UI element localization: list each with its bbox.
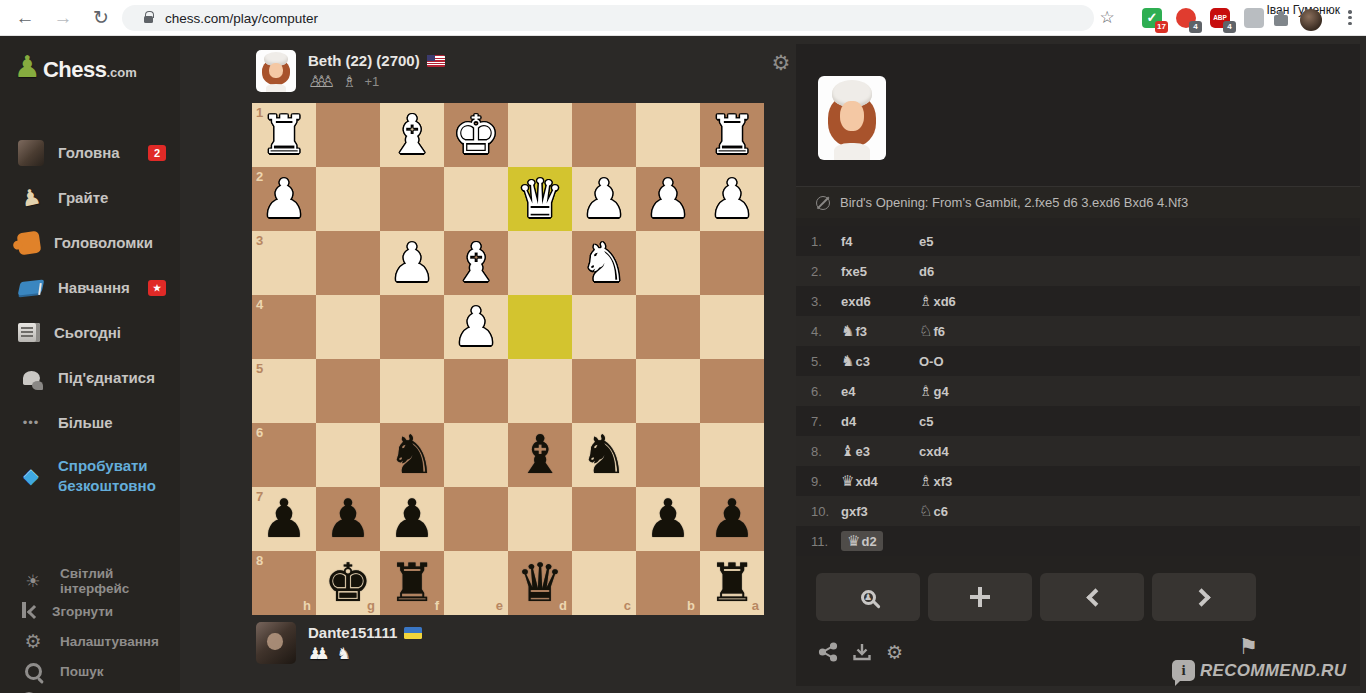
square-d8[interactable]: d♛ [508,551,572,615]
square-h8[interactable]: 8h [252,551,316,615]
square-b1[interactable] [636,103,700,167]
square-d6[interactable]: ♝ [508,423,572,487]
captured-piece-icon: ♗ [342,72,356,91]
square-h3[interactable]: 3 [252,231,316,295]
black-move[interactable]: O-O [919,354,997,369]
rank-label: 1 [256,105,263,120]
game-panel: Bird's Opening: From's Gambit, 2.fxe5 d6… [796,44,1360,686]
square-g4[interactable] [316,295,380,359]
move-number: 8. [811,444,841,459]
square-a8[interactable]: a♜ [700,551,764,615]
ext-adblock-icon[interactable]: ABP4 [1210,8,1230,28]
square-e7[interactable] [444,487,508,551]
ext-green-icon[interactable]: ✓17 [1142,8,1162,28]
sidebar-footer-help[interactable]: Допомога [0,686,180,693]
black-move[interactable]: cxd4 [919,444,997,459]
new-game-button[interactable] [928,573,1032,621]
square-c7[interactable] [572,487,636,551]
white-piece-K: ♚ [444,103,508,167]
board-settings-gear-icon[interactable]: ⚙ [770,52,792,74]
url-text: chess.com/play/computer [165,11,318,26]
extension-badge: 4 [1223,21,1236,33]
opening-info-row: Bird's Opening: From's Gambit, 2.fxe5 d6… [796,186,1360,218]
play-hand-icon [18,185,44,211]
move-row: 11.♛d2 [796,526,1360,556]
panel-footer: ⚙ [818,641,903,663]
move-text: exd6 [841,294,871,309]
move-list: 1.f4e52.fxe5d63.exd6♗xd64.♞f3♘f65.♞c3O-O… [796,226,1360,556]
move-number: 6. [811,384,841,399]
move-text: d6 [919,264,934,279]
square-d5[interactable] [508,359,572,423]
move-text: c5 [919,414,933,429]
sidebar-item-trial[interactable]: Спробуватибезкоштовно [0,445,180,507]
forward-icon[interactable]: → [50,5,76,31]
share-icon[interactable] [818,642,838,662]
move-number: 1. [811,234,841,249]
square-h6[interactable]: 6 [252,423,316,487]
bishop-outline-piece-icon: ♗ [919,382,932,400]
square-h2[interactable]: 2♟ [252,167,316,231]
black-move[interactable]: ♘c6 [919,502,997,520]
move-text: f4 [841,234,853,249]
black-move[interactable]: c5 [919,414,997,429]
square-c5[interactable] [572,359,636,423]
white-piece-N: ♞ [572,231,636,295]
square-b6[interactable] [636,423,700,487]
rank-label: 5 [256,361,263,376]
sidebar-footer-search[interactable]: Пошук [0,656,180,686]
move-row: 3.exd6♗xd6 [796,286,1360,316]
news-icon [18,323,40,342]
square-a3[interactable] [700,231,764,295]
black-piece-P: ♟ [316,487,380,551]
square-d3[interactable] [508,231,572,295]
move-text: cxd4 [919,444,949,459]
rank-label: 2 [256,169,263,184]
file-label: f [435,598,439,613]
rank-label: 6 [256,425,263,440]
sidebar-footer-gear[interactable]: Налаштування [0,626,180,656]
opponent-avatar [256,50,296,92]
black-move[interactable]: ♗g4 [919,382,997,400]
ext-gray-icon[interactable] [1244,8,1264,28]
black-piece-P: ♟ [380,487,444,551]
move-number: 10. [811,504,841,519]
collapse-icon [20,598,38,624]
move-text: gxf3 [841,504,868,519]
square-g8[interactable]: g♚ [316,551,380,615]
plus-icon [970,587,990,607]
resign-flag-icon[interactable]: ⚑ [1238,634,1258,659]
square-h1[interactable]: 1♜ [252,103,316,167]
square-c1[interactable] [572,103,636,167]
move-text: g4 [933,384,948,399]
white-piece-B: ♝ [444,231,508,295]
square-b4[interactable] [636,295,700,359]
sidebar-item-more-dots[interactable]: Більше [0,400,180,445]
white-move[interactable]: ♛xd4 [841,472,919,490]
move-number: 4. [811,324,841,339]
move-row: 10.gxf3♘c6 [796,496,1360,526]
black-piece-P: ♟ [700,487,764,551]
white-move[interactable]: exd6 [841,294,919,309]
square-f5[interactable] [380,359,444,423]
white-piece-P: ♟ [572,167,636,231]
square-d2[interactable]: ♛ [508,167,572,231]
move-text: e3 [855,444,869,459]
square-c2[interactable]: ♟ [572,167,636,231]
file-label: c [624,598,631,613]
sidebar-item-label: Під'єднатися [58,369,155,386]
white-move[interactable]: ♝e3 [841,442,919,460]
bishop-outline-piece-icon: ♗ [919,292,932,310]
opening-name: Bird's Opening: From's Gambit, 2.fxe5 d6… [840,195,1188,210]
search-icon [20,658,46,684]
file-label: e [496,598,503,613]
white-piece-B: ♝ [380,103,444,167]
back-icon[interactable]: ← [12,5,38,31]
square-d1[interactable] [508,103,572,167]
chesscom-logo[interactable]: ♟ Chess .com [14,52,137,83]
square-g3[interactable] [316,231,380,295]
download-icon[interactable] [852,642,872,662]
move-row: 9.♛xd4♗xf3 [796,466,1360,496]
white-move[interactable]: ♞f3 [841,322,919,340]
black-move[interactable]: ♘f6 [919,322,997,340]
captured-piece-icon: ♙ [321,72,335,91]
panel-header [796,44,1360,186]
move-text: d2 [861,534,876,549]
rank-label: 4 [256,297,263,312]
player-captured-pieces: ♟♟♞ [308,644,351,663]
knight-outline-piece-icon: ♘ [919,322,932,340]
square-f7[interactable]: ♟ [380,487,444,551]
chess-board: 1♜♝♚♜2♟♛♟♟♟3♟♝♞4♟56♞♝♞7♟♟♟♟♟8hg♚f♜ed♛cba… [252,103,764,615]
bookmark-star-icon[interactable]: ☆ [1094,5,1120,31]
move-number: 2. [811,264,841,279]
white-piece-R: ♜ [700,103,764,167]
white-piece-P: ♟ [444,295,508,359]
move-text: e5 [919,234,933,249]
square-g5[interactable] [316,359,380,423]
square-f6[interactable]: ♞ [380,423,444,487]
square-g6[interactable] [316,423,380,487]
opening-book-icon [816,196,830,210]
file-label: b [687,598,695,613]
chevron-right-icon [1192,588,1210,606]
profile-avatar[interactable] [1300,9,1322,31]
square-f8[interactable]: f♜ [380,551,444,615]
watermark-bubble-icon: i [1172,660,1195,681]
sidebar-item-news[interactable]: Сьогодні [0,310,180,355]
sidebar-footer-label: Пошук [60,664,103,679]
move-text: O-O [919,354,944,369]
chevron-left-icon [1086,588,1104,606]
sidebar-item-label: Грайте [58,189,108,206]
square-a6[interactable] [700,423,764,487]
sidebar-item-connect[interactable]: Під'єднатися [0,355,180,400]
sidebar-footer-label: Світлий інтерфейс [60,566,180,596]
move-number: 11. [811,534,841,549]
sidebar: ♟ Chess .com Головна2ГрайтеГоловоломкиНа… [0,36,180,693]
white-move[interactable]: gxf3 [841,504,919,519]
rank-label: 3 [256,233,263,248]
square-a2[interactable]: ♟ [700,167,764,231]
square-f4[interactable] [380,295,444,359]
white-move[interactable]: f4 [841,234,919,249]
square-a4[interactable] [700,295,764,359]
browser-toolbar: ← → ↻ chess.com/play/computer ☆ ✓174ABP4… [0,0,1366,36]
move-number: 9. [811,474,841,489]
square-c8[interactable]: c [572,551,636,615]
opponent-name: Beth (22) (2700) [308,52,445,69]
move-row: 7.d4c5 [796,406,1360,436]
square-e8[interactable]: e [444,551,508,615]
sidebar-item-puzzle[interactable]: Головоломки [0,220,180,265]
square-c3[interactable]: ♞ [572,231,636,295]
browser-menu-icon[interactable] [1348,8,1352,28]
square-b5[interactable] [636,359,700,423]
square-h7[interactable]: 7♟ [252,487,316,551]
black-move[interactable]: e5 [919,234,997,249]
extension-badge: 4 [1189,21,1202,33]
square-e4[interactable]: ♟ [444,295,508,359]
move-row: 8.♝e3cxd4 [796,436,1360,466]
sidebar-item-home-avatar[interactable]: Головна2 [0,130,180,175]
move-number: 7. [811,414,841,429]
square-h4[interactable]: 4 [252,295,316,359]
white-piece-Q: ♛ [508,167,572,231]
sidebar-item-label: Навчання [58,279,130,296]
white-piece-P: ♟ [700,167,764,231]
captured-piece-icon: ♞ [337,644,351,663]
move-text: c3 [855,354,869,369]
player-name: Dante151111 [308,624,422,641]
game-controls [816,573,1256,621]
square-g7[interactable]: ♟ [316,487,380,551]
black-move[interactable]: d6 [919,264,997,279]
square-e3[interactable]: ♝ [444,231,508,295]
square-d4[interactable] [508,295,572,359]
square-a1[interactable]: ♜ [700,103,764,167]
move-text: xd4 [855,474,877,489]
square-g1[interactable] [316,103,380,167]
move-number: 3. [811,294,841,309]
black-piece-P: ♟ [636,487,700,551]
lessons-icon [18,275,44,301]
sidebar-item-label: Головна [58,144,120,161]
white-move[interactable]: d4 [841,414,919,429]
address-bar[interactable]: chess.com/play/computer [122,5,1094,31]
sidebar-footer-label: Згорнути [52,604,113,619]
captured-piece-icon: ♟ [315,644,329,663]
file-label: g [367,598,375,613]
file-label: d [559,598,567,613]
sidebar-item-play-hand[interactable]: Грайте [0,175,180,220]
square-b7[interactable]: ♟ [636,487,700,551]
move-text: d4 [841,414,856,429]
move-row: 6.e4♗g4 [796,376,1360,406]
black-move[interactable]: ♗xd6 [919,292,997,310]
home-avatar-icon [18,140,44,166]
square-e2[interactable] [444,167,508,231]
sidebar-item-lessons[interactable]: Навчання★ [0,265,180,310]
white-piece-P: ♟ [380,231,444,295]
connect-icon [18,365,44,391]
square-a5[interactable] [700,359,764,423]
panel-settings-gear-icon[interactable]: ⚙ [886,641,903,663]
file-label: h [303,598,311,613]
gear-icon [20,628,46,654]
sidebar-footer-sun[interactable]: Світлий інтерфейс [0,566,180,596]
white-move[interactable]: ♛d2 [841,531,919,551]
black-move[interactable]: ♗xf3 [919,472,997,490]
move-row: 4.♞f3♘f6 [796,316,1360,346]
square-b8[interactable]: b [636,551,700,615]
lock-icon [144,16,153,23]
move-text: xd6 [933,294,955,309]
knight-outline-piece-icon: ♘ [919,502,932,520]
us-flag-icon [427,55,445,67]
queen-filled-piece-icon: ♛ [847,532,860,550]
square-f2[interactable] [380,167,444,231]
file-label: a [752,598,759,613]
move-text: xf3 [933,474,952,489]
knight-filled-piece-icon: ♞ [841,352,854,370]
analysis-button[interactable] [816,573,920,621]
ext-red-circle-icon[interactable]: 4 [1176,8,1196,28]
square-d7[interactable] [508,487,572,551]
sidebar-item-label: Більше [58,414,113,431]
move-row: 5.♞c3O-O [796,346,1360,376]
magnifier-pawn-icon [861,590,876,605]
opponent-large-avatar [818,76,886,160]
sidebar-footer-label: Налаштування [60,634,159,649]
square-e6[interactable] [444,423,508,487]
move-text: c6 [933,504,947,519]
knight-filled-piece-icon: ♞ [841,322,854,340]
sidebar-item-label: Головоломки [54,234,153,251]
square-f3[interactable]: ♟ [380,231,444,295]
sidebar-footer-collapse[interactable]: Згорнути [0,596,180,626]
move-number: 5. [811,354,841,369]
recommend-watermark: i RECOMMEND.RU [1172,660,1346,681]
move-row: 1.f4e5 [796,226,1360,256]
move-row: 2.fxe5d6 [796,256,1360,286]
reload-icon[interactable]: ↻ [88,5,114,31]
material-advantage: +1 [364,74,379,89]
square-c6[interactable]: ♞ [572,423,636,487]
move-back-button[interactable] [1040,573,1144,621]
square-b2[interactable]: ♟ [636,167,700,231]
puzzle-icon [17,230,42,255]
queen-filled-piece-icon: ♛ [841,472,854,490]
sun-icon [20,568,46,594]
move-text: e4 [841,384,855,399]
white-move[interactable]: fxe5 [841,264,919,279]
bishop-filled-piece-icon: ♝ [841,442,854,460]
black-piece-N: ♞ [380,423,444,487]
rank-label: 8 [256,553,263,568]
move-text: fxe5 [841,264,867,279]
sidebar-badge: ★ [148,280,166,296]
sidebar-badge: 2 [148,145,166,161]
move-text: f6 [933,324,945,339]
square-e5[interactable] [444,359,508,423]
move-text: f3 [855,324,867,339]
square-c4[interactable] [572,295,636,359]
ukraine-flag-icon [404,627,422,639]
square-a7[interactable]: ♟ [700,487,764,551]
extensions-puzzle-icon[interactable] [1274,15,1288,26]
player-avatar [256,622,296,664]
black-piece-N: ♞ [572,423,636,487]
trial-label: Спробуватибезкоштовно [58,456,156,496]
more-dots-icon [18,410,44,436]
square-h5[interactable]: 5 [252,359,316,423]
white-move[interactable]: e4 [841,384,919,399]
square-e1[interactable]: ♚ [444,103,508,167]
white-piece-P: ♟ [636,167,700,231]
sidebar-item-label: Сьогодні [54,324,121,341]
square-b3[interactable] [636,231,700,295]
black-piece-B: ♝ [508,423,572,487]
opponent-captured-pieces: ♙♙♙♗+1 [308,72,379,91]
extension-badge: 17 [1155,21,1168,33]
move-forward-button[interactable] [1152,573,1256,621]
logo-pawn-icon: ♟ [14,52,41,82]
diamond-icon [18,463,44,489]
bishop-outline-piece-icon: ♗ [919,472,932,490]
square-f1[interactable]: ♝ [380,103,444,167]
rank-label: 7 [256,489,263,504]
square-g2[interactable] [316,167,380,231]
white-move[interactable]: ♞c3 [841,352,919,370]
